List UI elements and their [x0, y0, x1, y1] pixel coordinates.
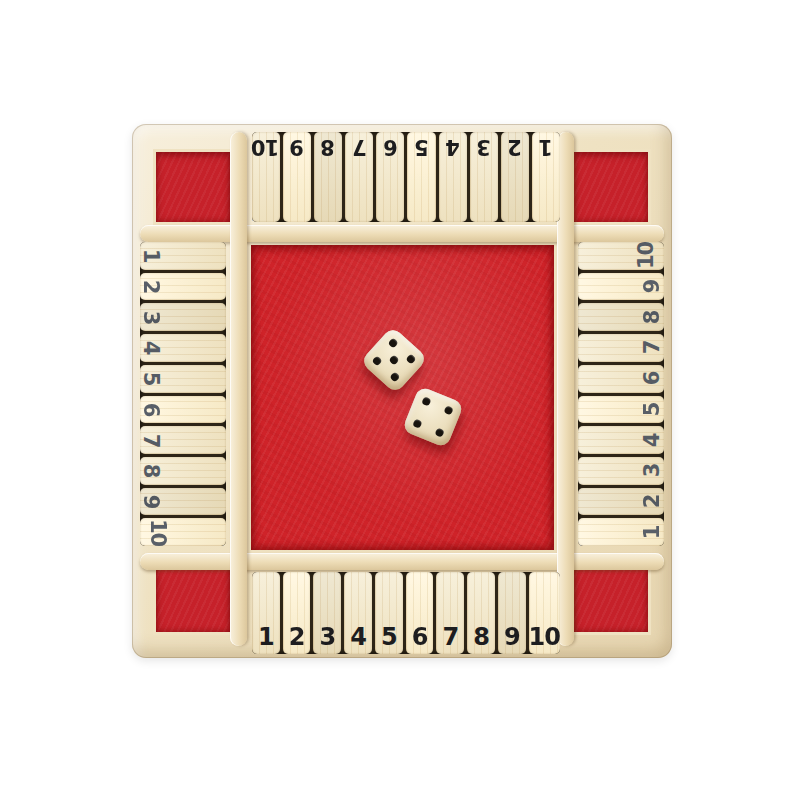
tile-top-9[interactable]: 9: [283, 132, 311, 222]
tile-top-10[interactable]: 10: [252, 132, 280, 222]
tile-right-3[interactable]: 3: [578, 457, 664, 485]
tile-rack-bottom: 1 2 3 4 5 6 7 8 9 10: [252, 572, 560, 654]
tile-number: 4: [446, 136, 460, 157]
product-photo-background: 10 9 8 7 6 5 4 3 2 1 1 2 3 4 5 6 7 8 9 1…: [0, 0, 800, 800]
tile-top-5[interactable]: 5: [407, 132, 435, 222]
center-felt: [251, 245, 554, 550]
tile-rack-top: 10 9 8 7 6 5 4 3 2 1: [252, 132, 560, 222]
tile-left-8[interactable]: 8: [140, 457, 226, 485]
tile-number: 3: [643, 464, 664, 478]
pip: [371, 355, 382, 366]
tile-number: 9: [504, 625, 520, 649]
tile-number: 10: [636, 242, 657, 269]
pip: [387, 337, 398, 348]
tile-number: 9: [140, 495, 161, 509]
tile-top-2[interactable]: 2: [501, 132, 529, 222]
tile-right-9[interactable]: 9: [578, 273, 664, 301]
pip: [388, 354, 399, 365]
tile-number: 6: [643, 372, 664, 386]
tile-right-6[interactable]: 6: [578, 365, 664, 393]
tile-bottom-1[interactable]: 1: [252, 572, 280, 654]
tile-bottom-9[interactable]: 9: [498, 572, 526, 654]
tile-left-7[interactable]: 7: [140, 426, 226, 454]
tile-number: 2: [508, 136, 522, 157]
tile-number: 5: [643, 403, 664, 417]
tile-left-6[interactable]: 6: [140, 396, 226, 424]
corner-felt-bottom-left: [156, 562, 230, 632]
shut-the-box-board: 10 9 8 7 6 5 4 3 2 1 1 2 3 4 5 6 7 8 9 1…: [132, 124, 672, 658]
tile-bottom-5[interactable]: 5: [375, 572, 403, 654]
tile-right-1[interactable]: 1: [578, 518, 664, 546]
pip: [421, 396, 431, 406]
tile-number: 8: [140, 464, 161, 478]
bottom-rail: [140, 553, 664, 570]
tile-number: 8: [473, 625, 489, 649]
tile-number: 2: [140, 280, 161, 294]
tile-number: 2: [643, 495, 664, 509]
tile-number: 6: [384, 136, 398, 157]
pip: [389, 371, 400, 382]
tile-number: 7: [442, 625, 458, 649]
tile-number: 10: [147, 519, 168, 546]
top-rail: [140, 225, 664, 242]
tile-number: 4: [350, 625, 366, 649]
tile-number: 8: [321, 136, 335, 157]
tile-bottom-7[interactable]: 7: [436, 572, 464, 654]
pip: [443, 405, 453, 415]
tile-number: 4: [140, 341, 161, 355]
tile-left-2[interactable]: 2: [140, 273, 226, 301]
tile-left-3[interactable]: 3: [140, 303, 226, 331]
tile-top-7[interactable]: 7: [345, 132, 373, 222]
tile-right-2[interactable]: 2: [578, 488, 664, 516]
tile-left-5[interactable]: 5: [140, 365, 226, 393]
tile-left-10[interactable]: 10: [140, 518, 226, 546]
tile-number: 2: [289, 625, 305, 649]
tile-number: 3: [319, 625, 335, 649]
tile-bottom-4[interactable]: 4: [344, 572, 372, 654]
tile-number: 9: [643, 280, 664, 294]
tile-number: 6: [412, 625, 428, 649]
tile-bottom-3[interactable]: 3: [313, 572, 341, 654]
tile-number: 3: [477, 136, 491, 157]
tile-number: 8: [643, 310, 664, 324]
tile-top-6[interactable]: 6: [376, 132, 404, 222]
tile-number: 7: [353, 136, 367, 157]
tile-left-1[interactable]: 1: [140, 242, 226, 270]
tile-left-9[interactable]: 9: [140, 488, 226, 516]
tile-bottom-10[interactable]: 10: [529, 572, 560, 654]
pip: [412, 418, 422, 428]
corner-felt-bottom-right: [574, 562, 648, 632]
tile-number: 1: [539, 136, 553, 157]
tile-bottom-2[interactable]: 2: [283, 572, 311, 654]
tile-number: 1: [643, 525, 664, 539]
tile-bottom-8[interactable]: 8: [467, 572, 495, 654]
tile-number: 3: [140, 310, 161, 324]
tile-right-10[interactable]: 10: [578, 242, 664, 270]
tile-top-8[interactable]: 8: [314, 132, 342, 222]
pip: [405, 353, 416, 364]
tile-right-8[interactable]: 8: [578, 303, 664, 331]
tile-number: 10: [252, 136, 279, 157]
tile-right-4[interactable]: 4: [578, 426, 664, 454]
tile-right-5[interactable]: 5: [578, 396, 664, 424]
left-rail: [230, 132, 247, 646]
tile-number: 5: [381, 625, 397, 649]
tile-left-4[interactable]: 4: [140, 334, 226, 362]
corner-felt-top-left: [156, 152, 230, 222]
tile-top-3[interactable]: 3: [470, 132, 498, 222]
tile-number: 1: [258, 625, 274, 649]
tile-number: 6: [140, 403, 161, 417]
tile-number: 1: [140, 249, 161, 263]
tile-number: 7: [140, 433, 161, 447]
tile-bottom-6[interactable]: 6: [406, 572, 434, 654]
tile-top-1[interactable]: 1: [532, 132, 560, 222]
tile-number: 5: [140, 372, 161, 386]
tile-number: 5: [415, 136, 429, 157]
tile-number: 9: [290, 136, 304, 157]
tile-number: 4: [643, 433, 664, 447]
tile-rack-right: 10 9 8 7 6 5 4 3 2 1: [578, 242, 664, 546]
corner-felt-top-right: [574, 152, 648, 222]
tile-rack-left: 1 2 3 4 5 6 7 8 9 10: [140, 242, 226, 546]
pip: [434, 427, 444, 437]
tile-number: 10: [529, 625, 560, 649]
tile-top-4[interactable]: 4: [439, 132, 467, 222]
tile-number: 7: [643, 341, 664, 355]
tile-right-7[interactable]: 7: [578, 334, 664, 362]
